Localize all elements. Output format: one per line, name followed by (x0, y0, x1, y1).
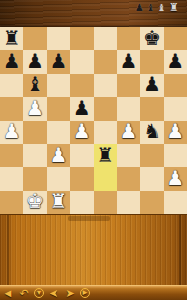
square-b6[interactable]: ♝ (23, 74, 46, 97)
black-pawn[interactable]: ♟ (166, 51, 184, 71)
black-pawn[interactable]: ♟ (143, 74, 161, 94)
square-c7[interactable]: ♟ (47, 50, 70, 73)
square-d3[interactable] (70, 144, 93, 167)
square-g7[interactable] (140, 50, 163, 73)
top-wood-header: ♟♝♝ ♜ (0, 0, 187, 27)
square-e7[interactable] (94, 50, 117, 73)
square-a2[interactable] (0, 167, 23, 190)
square-e2[interactable] (94, 167, 117, 190)
square-a4[interactable]: ♟ (0, 121, 23, 144)
square-c6[interactable] (47, 74, 70, 97)
square-e1[interactable] (94, 191, 117, 214)
watermark (68, 216, 110, 221)
square-c3[interactable]: ♟ (47, 144, 70, 167)
square-e8[interactable] (94, 27, 117, 50)
black-pawn[interactable]: ♟ (120, 51, 138, 71)
black-pawn[interactable]: ♟ (26, 51, 44, 71)
square-f8[interactable] (117, 27, 140, 50)
white-king[interactable]: ♚ (26, 191, 44, 211)
square-d2[interactable] (70, 167, 93, 190)
back-button[interactable]: ◄ (2, 287, 14, 299)
black-king[interactable]: ♚ (143, 28, 161, 48)
square-c5[interactable] (47, 97, 70, 120)
square-g2[interactable] (140, 167, 163, 190)
black-bishop[interactable]: ♝ (26, 74, 44, 94)
square-f6[interactable] (117, 74, 140, 97)
square-f2[interactable] (117, 167, 140, 190)
white-pawn[interactable]: ♟ (73, 121, 91, 141)
black-pawn[interactable]: ♟ (3, 51, 21, 71)
square-a5[interactable] (0, 97, 23, 120)
square-b2[interactable] (23, 167, 46, 190)
white-rook[interactable]: ♜ (49, 191, 67, 211)
square-h5[interactable] (164, 97, 187, 120)
collapse-button[interactable]: ▾ (34, 288, 44, 298)
square-b3[interactable] (23, 144, 46, 167)
black-rook[interactable]: ♜ (3, 28, 21, 48)
chess-board[interactable]: ♜♚♟♟♟♟♟♝♟♟♟♟♟♟♞♟♟♜♟♚♜ (0, 27, 187, 214)
white-pawn[interactable]: ♟ (3, 121, 21, 141)
square-a6[interactable] (0, 74, 23, 97)
square-c2[interactable] (47, 167, 70, 190)
captured-black-pawn-icon: ♟ (135, 2, 144, 13)
square-h3[interactable] (164, 144, 187, 167)
square-g1[interactable] (140, 191, 163, 214)
square-d7[interactable] (70, 50, 93, 73)
square-g4[interactable]: ♞ (140, 121, 163, 144)
square-d6[interactable] (70, 74, 93, 97)
square-g5[interactable] (140, 97, 163, 120)
square-e4[interactable] (94, 121, 117, 144)
square-a1[interactable] (0, 191, 23, 214)
square-a7[interactable]: ♟ (0, 50, 23, 73)
square-f7[interactable]: ♟ (117, 50, 140, 73)
white-pawn[interactable]: ♟ (120, 121, 138, 141)
previous-move-button[interactable]: ➤ (48, 287, 60, 299)
captured-pieces-tray: ♟♝♝ (135, 2, 166, 13)
square-d1[interactable] (70, 191, 93, 214)
white-pawn[interactable]: ♟ (166, 168, 184, 188)
black-pawn[interactable]: ♟ (49, 51, 67, 71)
square-b1[interactable]: ♚ (23, 191, 46, 214)
square-d5[interactable]: ♟ (70, 97, 93, 120)
square-g3[interactable] (140, 144, 163, 167)
white-pawn[interactable]: ♟ (26, 98, 44, 118)
square-d4[interactable]: ♟ (70, 121, 93, 144)
square-g8[interactable]: ♚ (140, 27, 163, 50)
square-b4[interactable] (23, 121, 46, 144)
next-move-button[interactable]: ➤ (64, 287, 76, 299)
undo-button[interactable]: ↶ (18, 287, 30, 299)
square-c1[interactable]: ♜ (47, 191, 70, 214)
square-h8[interactable] (164, 27, 187, 50)
square-f4[interactable]: ♟ (117, 121, 140, 144)
black-pawn[interactable]: ♟ (73, 98, 91, 118)
rook-icon: ♜ (169, 1, 179, 14)
square-f3[interactable] (117, 144, 140, 167)
square-g6[interactable]: ♟ (140, 74, 163, 97)
captured-black-bishop-icon: ♝ (146, 2, 155, 13)
black-knight[interactable]: ♞ (143, 121, 161, 141)
square-e6[interactable] (94, 74, 117, 97)
square-e3[interactable]: ♜ (94, 144, 117, 167)
square-f1[interactable] (117, 191, 140, 214)
square-b8[interactable] (23, 27, 46, 50)
square-a3[interactable] (0, 144, 23, 167)
square-h7[interactable]: ♟ (164, 50, 187, 73)
square-e5[interactable] (94, 97, 117, 120)
square-h4[interactable]: ♟ (164, 121, 187, 144)
square-d8[interactable] (70, 27, 93, 50)
white-pawn[interactable]: ♟ (166, 121, 184, 141)
white-pawn[interactable]: ♟ (49, 145, 67, 165)
square-c4[interactable] (47, 121, 70, 144)
square-f5[interactable] (117, 97, 140, 120)
square-h1[interactable] (164, 191, 187, 214)
square-h6[interactable] (164, 74, 187, 97)
square-c8[interactable] (47, 27, 70, 50)
square-b5[interactable]: ♟ (23, 97, 46, 120)
square-a8[interactable]: ♜ (0, 27, 23, 50)
square-b7[interactable]: ♟ (23, 50, 46, 73)
forward-button[interactable]: ► (80, 288, 90, 298)
bottom-toolbar: ◄↶▾➤➤► (0, 285, 187, 300)
captured-white-bishop-icon: ♝ (157, 2, 166, 13)
square-h2[interactable]: ♟ (164, 167, 187, 190)
black-rook[interactable]: ♜ (96, 145, 114, 165)
